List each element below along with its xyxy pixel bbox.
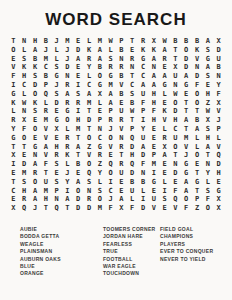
grid-cell-r20c15[interactable]: E: [159, 204, 170, 213]
grid-cell-r13c14[interactable]: E: [148, 143, 159, 152]
grid-cell-r2c5[interactable]: L: [51, 46, 62, 55]
grid-cell-r18c2[interactable]: H: [19, 187, 30, 196]
grid-cell-r8c2[interactable]: W: [19, 99, 30, 108]
grid-cell-r9c16[interactable]: D: [170, 107, 181, 116]
grid-cell-r10c12[interactable]: T: [127, 116, 138, 125]
grid-cell-r18c6[interactable]: I: [62, 187, 73, 196]
grid-cell-r7c3[interactable]: O: [30, 90, 41, 99]
grid-cell-r6c10[interactable]: M: [105, 81, 116, 90]
grid-cell-r4c13[interactable]: C: [138, 63, 149, 72]
grid-cell-r16c9[interactable]: Y: [94, 169, 105, 178]
grid-cell-r1c14[interactable]: X: [148, 37, 159, 46]
grid-cell-r16c14[interactable]: I: [148, 169, 159, 178]
grid-cell-r13c7[interactable]: A: [73, 143, 84, 152]
grid-cell-r18c19[interactable]: S: [202, 187, 213, 196]
grid-cell-r10c15[interactable]: V: [159, 116, 170, 125]
grid-cell-r15c3[interactable]: A: [30, 160, 41, 169]
grid-cell-r3c16[interactable]: T: [170, 55, 181, 64]
grid-cell-r13c18[interactable]: L: [192, 143, 203, 152]
grid-cell-r5c17[interactable]: A: [181, 72, 192, 81]
grid-cell-r3c11[interactable]: N: [116, 55, 127, 64]
grid-cell-r8c8[interactable]: M: [84, 99, 95, 108]
grid-cell-r9c20[interactable]: V: [213, 107, 224, 116]
grid-cell-r1c2[interactable]: N: [19, 37, 30, 46]
grid-cell-r20c20[interactable]: X: [213, 204, 224, 213]
grid-cell-r14c19[interactable]: T: [202, 151, 213, 160]
grid-cell-r3c19[interactable]: G: [202, 55, 213, 64]
grid-cell-r13c12[interactable]: D: [127, 143, 138, 152]
grid-cell-r16c6[interactable]: J: [62, 169, 73, 178]
grid-cell-r4c12[interactable]: N: [127, 63, 138, 72]
grid-cell-r15c14[interactable]: M: [148, 160, 159, 169]
grid-cell-r8c18[interactable]: O: [192, 99, 203, 108]
grid-cell-r2c12[interactable]: E: [127, 46, 138, 55]
grid-cell-r10c4[interactable]: M: [40, 116, 51, 125]
grid-cell-r3c13[interactable]: G: [138, 55, 149, 64]
grid-cell-r19c2[interactable]: R: [19, 195, 30, 204]
grid-cell-r12c14[interactable]: E: [148, 134, 159, 143]
grid-cell-r7c15[interactable]: L: [159, 90, 170, 99]
grid-cell-r1c16[interactable]: B: [170, 37, 181, 46]
grid-cell-r6c14[interactable]: A: [148, 81, 159, 90]
grid-cell-r18c10[interactable]: C: [105, 187, 116, 196]
grid-cell-r15c8[interactable]: O: [84, 160, 95, 169]
grid-cell-r10c16[interactable]: H: [170, 116, 181, 125]
grid-cell-r7c10[interactable]: A: [105, 90, 116, 99]
grid-cell-r2c10[interactable]: L: [105, 46, 116, 55]
grid-cell-r2c4[interactable]: J: [40, 46, 51, 55]
grid-cell-r12c10[interactable]: O: [105, 134, 116, 143]
grid-cell-r3c20[interactable]: U: [213, 55, 224, 64]
grid-cell-r12c2[interactable]: O: [19, 134, 30, 143]
grid-cell-r20c17[interactable]: F: [181, 204, 192, 213]
grid-cell-r18c17[interactable]: A: [181, 187, 192, 196]
grid-cell-r4c20[interactable]: B: [213, 63, 224, 72]
grid-cell-r5c15[interactable]: A: [159, 72, 170, 81]
grid-cell-r3c6[interactable]: J: [62, 55, 73, 64]
grid-cell-r11c20[interactable]: P: [213, 125, 224, 134]
grid-cell-r15c20[interactable]: D: [213, 160, 224, 169]
grid-cell-r4c2[interactable]: K: [19, 63, 30, 72]
grid-cell-r15c19[interactable]: N: [202, 160, 213, 169]
grid-cell-r18c1[interactable]: C: [8, 187, 19, 196]
grid-cell-r4c18[interactable]: N: [192, 63, 203, 72]
grid-cell-r5c2[interactable]: H: [19, 72, 30, 81]
grid-cell-r19c9[interactable]: O: [94, 195, 105, 204]
grid-cell-r14c1[interactable]: X: [8, 151, 19, 160]
grid-cell-r5c13[interactable]: C: [138, 72, 149, 81]
grid-cell-r9c15[interactable]: K: [159, 107, 170, 116]
grid-cell-r17c8[interactable]: S: [84, 178, 95, 187]
grid-cell-r1c6[interactable]: M: [62, 37, 73, 46]
grid-cell-r8c16[interactable]: O: [170, 99, 181, 108]
grid-cell-r7c6[interactable]: A: [62, 90, 73, 99]
grid-cell-r8c14[interactable]: H: [148, 99, 159, 108]
grid-cell-r4c3[interactable]: K: [30, 63, 41, 72]
grid-cell-r8c15[interactable]: E: [159, 99, 170, 108]
grid-cell-r7c2[interactable]: L: [19, 90, 30, 99]
grid-cell-r13c4[interactable]: A: [40, 143, 51, 152]
grid-cell-r8c6[interactable]: R: [62, 99, 73, 108]
grid-cell-r10c9[interactable]: P: [94, 116, 105, 125]
grid-cell-r2c6[interactable]: J: [62, 46, 73, 55]
grid-cell-r7c11[interactable]: B: [116, 90, 127, 99]
grid-cell-r18c14[interactable]: E: [148, 187, 159, 196]
grid-cell-r14c8[interactable]: V: [84, 151, 95, 160]
grid-cell-r10c8[interactable]: D: [84, 116, 95, 125]
grid-cell-r7c13[interactable]: U: [138, 90, 149, 99]
grid-cell-r12c18[interactable]: L: [192, 134, 203, 143]
grid-cell-r4c11[interactable]: R: [116, 63, 127, 72]
grid-cell-r4c10[interactable]: R: [105, 63, 116, 72]
grid-cell-r11c18[interactable]: A: [192, 125, 203, 134]
grid-cell-r12c15[interactable]: R: [159, 134, 170, 143]
grid-cell-r7c20[interactable]: F: [213, 90, 224, 99]
grid-cell-r2c11[interactable]: B: [116, 46, 127, 55]
grid-cell-r12c12[interactable]: Q: [127, 134, 138, 143]
grid-cell-r3c9[interactable]: A: [94, 55, 105, 64]
grid-cell-r5c9[interactable]: O: [94, 72, 105, 81]
grid-cell-r10c14[interactable]: H: [148, 116, 159, 125]
grid-cell-r7c4[interactable]: Q: [40, 90, 51, 99]
grid-cell-r7c1[interactable]: G: [8, 90, 19, 99]
grid-cell-r14c18[interactable]: O: [192, 151, 203, 160]
grid-cell-r6c20[interactable]: Y: [213, 81, 224, 90]
grid-cell-r12c4[interactable]: V: [40, 134, 51, 143]
grid-cell-r5c5[interactable]: G: [51, 72, 62, 81]
grid-cell-r3c3[interactable]: B: [30, 55, 41, 64]
grid-cell-r20c1[interactable]: X: [8, 204, 19, 213]
grid-cell-r12c19[interactable]: H: [202, 134, 213, 143]
grid-cell-r8c5[interactable]: D: [51, 99, 62, 108]
grid-cell-r14c17[interactable]: J: [181, 151, 192, 160]
grid-cell-r15c10[interactable]: Q: [105, 160, 116, 169]
grid-cell-r5c7[interactable]: E: [73, 72, 84, 81]
grid-cell-r4c17[interactable]: D: [181, 63, 192, 72]
grid-cell-r13c1[interactable]: T: [8, 143, 19, 152]
grid-cell-r19c15[interactable]: S: [159, 195, 170, 204]
grid-cell-r1c4[interactable]: B: [40, 37, 51, 46]
grid-cell-r3c17[interactable]: D: [181, 55, 192, 64]
grid-cell-r11c10[interactable]: J: [105, 125, 116, 134]
grid-cell-r17c10[interactable]: I: [105, 178, 116, 187]
grid-cell-r17c3[interactable]: O: [30, 178, 41, 187]
grid-cell-r11c13[interactable]: Y: [138, 125, 149, 134]
grid-cell-r14c6[interactable]: K: [62, 151, 73, 160]
grid-cell-r14c2[interactable]: E: [19, 151, 30, 160]
grid-cell-r6c2[interactable]: C: [19, 81, 30, 90]
grid-cell-r17c18[interactable]: G: [192, 178, 203, 187]
grid-cell-r6c19[interactable]: E: [202, 81, 213, 90]
grid-cell-r20c14[interactable]: V: [148, 204, 159, 213]
grid-cell-r11c1[interactable]: Y: [8, 125, 19, 134]
grid-cell-r11c5[interactable]: X: [51, 125, 62, 134]
grid-cell-r17c17[interactable]: A: [181, 178, 192, 187]
grid-cell-r9c11[interactable]: U: [116, 107, 127, 116]
grid-cell-r20c9[interactable]: M: [94, 204, 105, 213]
grid-cell-r16c3[interactable]: R: [30, 169, 41, 178]
grid-cell-r3c14[interactable]: A: [148, 55, 159, 64]
grid-cell-r4c14[interactable]: N: [148, 63, 159, 72]
grid-cell-r6c15[interactable]: G: [159, 81, 170, 90]
grid-cell-r5c10[interactable]: G: [105, 72, 116, 81]
grid-cell-r3c7[interactable]: A: [73, 55, 84, 64]
grid-cell-r19c8[interactable]: R: [84, 195, 95, 204]
grid-cell-r9c18[interactable]: T: [192, 107, 203, 116]
grid-cell-r9c1[interactable]: L: [8, 107, 19, 116]
grid-cell-r13c5[interactable]: H: [51, 143, 62, 152]
grid-cell-r17c12[interactable]: B: [127, 178, 138, 187]
grid-cell-r6c6[interactable]: R: [62, 81, 73, 90]
grid-cell-r10c1[interactable]: R: [8, 116, 19, 125]
grid-cell-r17c15[interactable]: L: [159, 178, 170, 187]
grid-cell-r14c20[interactable]: Q: [213, 151, 224, 160]
grid-cell-r9c12[interactable]: W: [127, 107, 138, 116]
grid-cell-r14c14[interactable]: P: [148, 151, 159, 160]
grid-cell-r2c13[interactable]: K: [138, 46, 149, 55]
grid-cell-r1c20[interactable]: X: [213, 37, 224, 46]
grid-cell-r5c20[interactable]: N: [213, 72, 224, 81]
grid-cell-r18c11[interactable]: E: [116, 187, 127, 196]
grid-cell-r17c1[interactable]: T: [8, 178, 19, 187]
grid-cell-r9c3[interactable]: S: [30, 107, 41, 116]
grid-cell-r8c13[interactable]: F: [138, 99, 149, 108]
grid-cell-r6c8[interactable]: C: [84, 81, 95, 90]
grid-cell-r20c10[interactable]: F: [105, 204, 116, 213]
grid-cell-r12c3[interactable]: E: [30, 134, 41, 143]
grid-cell-r14c10[interactable]: E: [105, 151, 116, 160]
grid-cell-r11c17[interactable]: T: [181, 125, 192, 134]
grid-cell-r2c1[interactable]: O: [8, 46, 19, 55]
grid-cell-r7c17[interactable]: E: [181, 90, 192, 99]
grid-cell-r2c3[interactable]: A: [30, 46, 41, 55]
grid-cell-r10c13[interactable]: I: [138, 116, 149, 125]
grid-cell-r7c9[interactable]: X: [94, 90, 105, 99]
grid-cell-r13c9[interactable]: G: [94, 143, 105, 152]
grid-cell-r6c13[interactable]: A: [138, 81, 149, 90]
grid-cell-r13c20[interactable]: V: [213, 143, 224, 152]
grid-cell-r11c11[interactable]: V: [116, 125, 127, 134]
grid-cell-r16c20[interactable]: H: [213, 169, 224, 178]
grid-cell-r1c8[interactable]: L: [84, 37, 95, 46]
grid-cell-r1c15[interactable]: W: [159, 37, 170, 46]
grid-cell-r5c12[interactable]: T: [127, 72, 138, 81]
grid-cell-r11c9[interactable]: N: [94, 125, 105, 134]
grid-cell-r9c8[interactable]: T: [84, 107, 95, 116]
grid-cell-r4c19[interactable]: A: [202, 63, 213, 72]
grid-cell-r13c2[interactable]: T: [19, 143, 30, 152]
grid-cell-r15c9[interactable]: Z: [94, 160, 105, 169]
grid-cell-r16c19[interactable]: Y: [202, 169, 213, 178]
grid-cell-r7c16[interactable]: W: [170, 90, 181, 99]
grid-cell-r5c8[interactable]: L: [84, 72, 95, 81]
grid-cell-r19c17[interactable]: O: [181, 195, 192, 204]
grid-cell-r20c13[interactable]: D: [138, 204, 149, 213]
grid-cell-r17c16[interactable]: E: [170, 178, 181, 187]
grid-cell-r8c4[interactable]: L: [40, 99, 51, 108]
grid-cell-r10c11[interactable]: R: [116, 116, 127, 125]
grid-cell-r14c9[interactable]: R: [94, 151, 105, 160]
grid-cell-r3c12[interactable]: R: [127, 55, 138, 64]
grid-cell-r19c12[interactable]: L: [127, 195, 138, 204]
grid-cell-r1c10[interactable]: W: [105, 37, 116, 46]
grid-cell-r12c17[interactable]: M: [181, 134, 192, 143]
grid-cell-r4c1[interactable]: V: [8, 63, 19, 72]
grid-cell-r19c3[interactable]: A: [30, 195, 41, 204]
grid-cell-r9c10[interactable]: P: [105, 107, 116, 116]
grid-cell-r8c3[interactable]: K: [30, 99, 41, 108]
grid-cell-r15c2[interactable]: D: [19, 160, 30, 169]
grid-cell-r14c7[interactable]: T: [73, 151, 84, 160]
grid-cell-r7c18[interactable]: O: [192, 90, 203, 99]
grid-cell-r12c16[interactable]: U: [170, 134, 181, 143]
grid-cell-r6c3[interactable]: D: [30, 81, 41, 90]
grid-cell-r18c9[interactable]: S: [94, 187, 105, 196]
grid-cell-r12c8[interactable]: O: [84, 134, 95, 143]
grid-cell-r1c19[interactable]: A: [202, 37, 213, 46]
grid-cell-r2c16[interactable]: T: [170, 46, 181, 55]
grid-cell-r19c16[interactable]: Q: [170, 195, 181, 204]
grid-cell-r12c9[interactable]: C: [94, 134, 105, 143]
grid-cell-r11c16[interactable]: C: [170, 125, 181, 134]
grid-cell-r16c18[interactable]: T: [192, 169, 203, 178]
grid-cell-r17c11[interactable]: E: [116, 178, 127, 187]
grid-cell-r19c19[interactable]: F: [202, 195, 213, 204]
grid-cell-r14c12[interactable]: H: [127, 151, 138, 160]
grid-cell-r15c15[interactable]: E: [159, 160, 170, 169]
grid-cell-r6c12[interactable]: C: [127, 81, 138, 90]
grid-cell-r6c4[interactable]: P: [40, 81, 51, 90]
grid-cell-r11c6[interactable]: L: [62, 125, 73, 134]
grid-cell-r3c1[interactable]: E: [8, 55, 19, 64]
grid-cell-r7c8[interactable]: A: [84, 90, 95, 99]
grid-cell-r2c19[interactable]: S: [202, 46, 213, 55]
grid-cell-r16c2[interactable]: M: [19, 169, 30, 178]
grid-cell-r11c12[interactable]: P: [127, 125, 138, 134]
grid-cell-r13c15[interactable]: X: [159, 143, 170, 152]
grid-cell-r1c17[interactable]: B: [181, 37, 192, 46]
grid-cell-r1c9[interactable]: M: [94, 37, 105, 46]
grid-cell-r4c16[interactable]: X: [170, 63, 181, 72]
grid-cell-r20c6[interactable]: T: [62, 204, 73, 213]
grid-cell-r7c14[interactable]: H: [148, 90, 159, 99]
grid-cell-r3c15[interactable]: R: [159, 55, 170, 64]
grid-cell-r15c4[interactable]: F: [40, 160, 51, 169]
grid-cell-r13c19[interactable]: A: [202, 143, 213, 152]
grid-cell-r15c13[interactable]: F: [138, 160, 149, 169]
grid-cell-r3c5[interactable]: L: [51, 55, 62, 64]
grid-cell-r1c5[interactable]: J: [51, 37, 62, 46]
grid-cell-r17c9[interactable]: L: [94, 178, 105, 187]
grid-cell-r6c7[interactable]: I: [73, 81, 84, 90]
grid-cell-r2c7[interactable]: D: [73, 46, 84, 55]
grid-cell-r6c17[interactable]: G: [181, 81, 192, 90]
grid-cell-r20c12[interactable]: F: [127, 204, 138, 213]
grid-cell-r8c19[interactable]: Z: [202, 99, 213, 108]
grid-cell-r10c10[interactable]: R: [105, 116, 116, 125]
grid-cell-r9c17[interactable]: T: [181, 107, 192, 116]
grid-cell-r2c20[interactable]: D: [213, 46, 224, 55]
grid-cell-r17c19[interactable]: L: [202, 178, 213, 187]
grid-cell-r18c15[interactable]: I: [159, 187, 170, 196]
grid-cell-r19c20[interactable]: X: [213, 195, 224, 204]
grid-cell-r10c3[interactable]: E: [30, 116, 41, 125]
grid-cell-r20c4[interactable]: T: [40, 204, 51, 213]
grid-cell-r17c6[interactable]: Y: [62, 178, 73, 187]
grid-cell-r9c14[interactable]: F: [148, 107, 159, 116]
grid-cell-r9c5[interactable]: E: [51, 107, 62, 116]
grid-cell-r4c7[interactable]: E: [73, 63, 84, 72]
grid-cell-r10c18[interactable]: B: [192, 116, 203, 125]
grid-cell-r10c6[interactable]: O: [62, 116, 73, 125]
grid-cell-r2c15[interactable]: A: [159, 46, 170, 55]
grid-cell-r6c18[interactable]: F: [192, 81, 203, 90]
grid-cell-r3c2[interactable]: S: [19, 55, 30, 64]
grid-cell-r7c5[interactable]: S: [51, 90, 62, 99]
grid-cell-r18c16[interactable]: F: [170, 187, 181, 196]
grid-cell-r3c4[interactable]: M: [40, 55, 51, 64]
grid-cell-r10c19[interactable]: X: [202, 116, 213, 125]
grid-cell-r14c4[interactable]: V: [40, 151, 51, 160]
grid-cell-r20c18[interactable]: Z: [192, 204, 203, 213]
grid-cell-r16c5[interactable]: E: [51, 169, 62, 178]
grid-cell-r11c8[interactable]: T: [84, 125, 95, 134]
grid-cell-r3c10[interactable]: S: [105, 55, 116, 64]
grid-cell-r17c14[interactable]: G: [148, 178, 159, 187]
grid-cell-r19c1[interactable]: E: [8, 195, 19, 204]
grid-cell-r12c11[interactable]: N: [116, 134, 127, 143]
grid-cell-r14c15[interactable]: A: [159, 151, 170, 160]
grid-cell-r10c5[interactable]: G: [51, 116, 62, 125]
grid-cell-r3c18[interactable]: V: [192, 55, 203, 64]
grid-cell-r7c19[interactable]: H: [202, 90, 213, 99]
grid-cell-r1c3[interactable]: H: [30, 37, 41, 46]
grid-cell-r13c17[interactable]: V: [181, 143, 192, 152]
grid-cell-r17c2[interactable]: S: [19, 178, 30, 187]
grid-cell-r16c17[interactable]: G: [181, 169, 192, 178]
grid-cell-r16c7[interactable]: E: [73, 169, 84, 178]
grid-cell-r5c14[interactable]: A: [148, 72, 159, 81]
grid-cell-r20c11[interactable]: X: [116, 204, 127, 213]
grid-cell-r13c10[interactable]: V: [105, 143, 116, 152]
grid-cell-r10c17[interactable]: A: [181, 116, 192, 125]
grid-cell-r9c9[interactable]: E: [94, 107, 105, 116]
grid-cell-r10c7[interactable]: H: [73, 116, 84, 125]
grid-cell-r4c8[interactable]: Y: [84, 63, 95, 72]
grid-cell-r1c18[interactable]: B: [192, 37, 203, 46]
grid-cell-r1c7[interactable]: E: [73, 37, 84, 46]
grid-cell-r5c6[interactable]: N: [62, 72, 73, 81]
grid-cell-r19c18[interactable]: P: [192, 195, 203, 204]
grid-cell-r11c3[interactable]: O: [30, 125, 41, 134]
grid-cell-r1c12[interactable]: T: [127, 37, 138, 46]
grid-cell-r12c1[interactable]: G: [8, 134, 19, 143]
grid-cell-r9c2[interactable]: N: [19, 107, 30, 116]
grid-cell-r8c1[interactable]: K: [8, 99, 19, 108]
grid-cell-r16c4[interactable]: T: [40, 169, 51, 178]
grid-cell-r17c4[interactable]: U: [40, 178, 51, 187]
grid-cell-r17c7[interactable]: A: [73, 178, 84, 187]
grid-cell-r18c3[interactable]: A: [30, 187, 41, 196]
grid-cell-r5c1[interactable]: F: [8, 72, 19, 81]
grid-cell-r7c7[interactable]: S: [73, 90, 84, 99]
grid-cell-r5c4[interactable]: B: [40, 72, 51, 81]
grid-cell-r8c11[interactable]: E: [116, 99, 127, 108]
grid-cell-r4c6[interactable]: D: [62, 63, 73, 72]
grid-cell-r18c13[interactable]: L: [138, 187, 149, 196]
grid-cell-r15c6[interactable]: L: [62, 160, 73, 169]
grid-cell-r15c18[interactable]: E: [192, 160, 203, 169]
